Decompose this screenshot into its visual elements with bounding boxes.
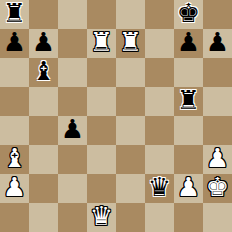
square-d4[interactable] [87, 116, 116, 145]
square-b1[interactable] [29, 203, 58, 232]
square-e1[interactable] [116, 203, 145, 232]
piece-white-rook: ♜ [119, 28, 142, 57]
square-b3[interactable] [29, 145, 58, 174]
piece-white-pawn: ♟ [3, 173, 26, 202]
square-h6[interactable] [203, 58, 232, 87]
piece-white-queen: ♛ [90, 202, 113, 231]
square-b5[interactable] [29, 87, 58, 116]
square-a1[interactable] [0, 203, 29, 232]
square-e4[interactable] [116, 116, 145, 145]
square-e7[interactable]: ♜ [116, 29, 145, 58]
square-c2[interactable] [58, 174, 87, 203]
square-f8[interactable] [145, 0, 174, 29]
square-h8[interactable] [203, 0, 232, 29]
square-a4[interactable] [0, 116, 29, 145]
chess-board: ♜♚♟♟♜♜♟♟♝♜♟♝♟♟♛♟♚♛ [0, 0, 232, 232]
square-e8[interactable] [116, 0, 145, 29]
square-b2[interactable] [29, 174, 58, 203]
square-h7[interactable]: ♟ [203, 29, 232, 58]
piece-black-pawn: ♟ [32, 28, 55, 57]
square-f5[interactable] [145, 87, 174, 116]
square-g1[interactable] [174, 203, 203, 232]
piece-black-pawn: ♟ [206, 28, 229, 57]
square-d5[interactable] [87, 87, 116, 116]
square-c7[interactable] [58, 29, 87, 58]
square-d6[interactable] [87, 58, 116, 87]
square-d7[interactable]: ♜ [87, 29, 116, 58]
piece-black-queen: ♛ [148, 173, 171, 202]
piece-black-bishop: ♝ [32, 57, 55, 86]
square-h3[interactable]: ♟ [203, 145, 232, 174]
square-f4[interactable] [145, 116, 174, 145]
square-g3[interactable] [174, 145, 203, 174]
square-c8[interactable] [58, 0, 87, 29]
piece-black-king: ♚ [177, 0, 200, 28]
square-c6[interactable] [58, 58, 87, 87]
square-g7[interactable]: ♟ [174, 29, 203, 58]
square-f3[interactable] [145, 145, 174, 174]
piece-black-pawn: ♟ [3, 28, 26, 57]
piece-white-pawn: ♟ [177, 173, 200, 202]
square-h2[interactable]: ♚ [203, 174, 232, 203]
piece-black-rook: ♜ [177, 86, 200, 115]
square-e3[interactable] [116, 145, 145, 174]
square-c4[interactable]: ♟ [58, 116, 87, 145]
square-a8[interactable]: ♜ [0, 0, 29, 29]
square-h1[interactable] [203, 203, 232, 232]
square-d2[interactable] [87, 174, 116, 203]
square-b8[interactable] [29, 0, 58, 29]
square-f7[interactable] [145, 29, 174, 58]
square-b6[interactable]: ♝ [29, 58, 58, 87]
square-a6[interactable] [0, 58, 29, 87]
square-g5[interactable]: ♜ [174, 87, 203, 116]
square-d3[interactable] [87, 145, 116, 174]
square-g2[interactable]: ♟ [174, 174, 203, 203]
square-h5[interactable] [203, 87, 232, 116]
square-a3[interactable]: ♝ [0, 145, 29, 174]
piece-white-king: ♚ [206, 173, 229, 202]
piece-black-pawn: ♟ [61, 115, 84, 144]
square-a7[interactable]: ♟ [0, 29, 29, 58]
square-a5[interactable] [0, 87, 29, 116]
square-b7[interactable]: ♟ [29, 29, 58, 58]
square-h4[interactable] [203, 116, 232, 145]
square-e5[interactable] [116, 87, 145, 116]
square-f2[interactable]: ♛ [145, 174, 174, 203]
square-d8[interactable] [87, 0, 116, 29]
square-f1[interactable] [145, 203, 174, 232]
square-c1[interactable] [58, 203, 87, 232]
square-b4[interactable] [29, 116, 58, 145]
square-g8[interactable]: ♚ [174, 0, 203, 29]
square-g6[interactable] [174, 58, 203, 87]
square-g4[interactable] [174, 116, 203, 145]
piece-black-pawn: ♟ [177, 28, 200, 57]
square-e2[interactable] [116, 174, 145, 203]
square-c3[interactable] [58, 145, 87, 174]
piece-black-rook: ♜ [3, 0, 26, 28]
piece-white-pawn: ♟ [206, 144, 229, 173]
square-d1[interactable]: ♛ [87, 203, 116, 232]
piece-white-bishop: ♝ [3, 144, 26, 173]
square-a2[interactable]: ♟ [0, 174, 29, 203]
piece-white-rook: ♜ [90, 28, 113, 57]
square-f6[interactable] [145, 58, 174, 87]
square-c5[interactable] [58, 87, 87, 116]
square-e6[interactable] [116, 58, 145, 87]
